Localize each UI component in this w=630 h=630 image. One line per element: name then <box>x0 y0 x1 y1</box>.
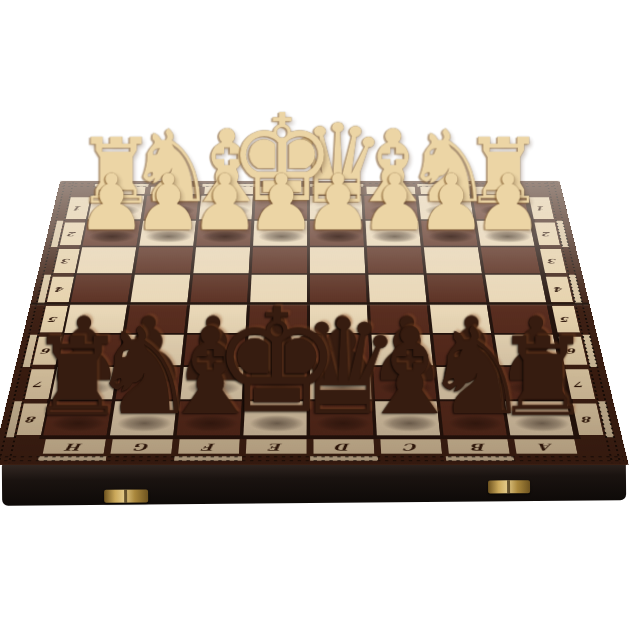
file-label-near-H-text: H <box>66 441 84 452</box>
file-label-near-F-text: F <box>203 441 216 452</box>
file-label-near-A-text: A <box>538 441 553 452</box>
file-label-near-G: G <box>110 439 172 453</box>
file-label-near-E-text: E <box>270 441 283 452</box>
file-label-near-F: F <box>178 439 240 453</box>
file-label-far-H-text: H <box>116 188 126 193</box>
photo-stage: HHGGFFEEDDCCBBAA1122334455667788♜♞♝♚♛♝♞♜… <box>0 0 630 630</box>
file-label-near-A: A <box>514 439 577 453</box>
file-label-far-G-text: G <box>170 188 179 193</box>
file-label-far-F-text: F <box>225 188 232 193</box>
frame-stitch-line <box>0 460 624 461</box>
file-label-near-B-text: B <box>471 441 487 452</box>
file-label-near-D: D <box>313 439 374 453</box>
file-label-near-H: H <box>43 439 106 453</box>
file-label-far-A-text: A <box>495 188 504 193</box>
board-plane: HHGGFFEEDDCCBBAA1122334455667788♜♞♝♚♛♝♞♜… <box>0 181 629 465</box>
file-label-near-D-text: D <box>336 441 351 452</box>
piece-black-king-e8[interactable]: ♚ <box>188 289 366 433</box>
scene: HHGGFFEEDDCCBBAA1122334455667788♜♞♝♚♛♝♞♜… <box>0 0 630 630</box>
rank-label-right-2-text: 2 <box>542 231 552 238</box>
rank-label-right-4-text: 4 <box>554 286 565 293</box>
file-label-near-G-text: G <box>134 441 150 452</box>
frame-stitch-line <box>0 456 623 457</box>
file-label-near-B: B <box>447 439 509 453</box>
file-label-far-E-text: E <box>279 188 287 193</box>
rank-label-left-3-text: 3 <box>62 257 72 264</box>
rank-label-right-3-text: 3 <box>548 257 558 264</box>
file-label-far-D-text: D <box>333 188 342 193</box>
rank-label-left-4-text: 4 <box>55 286 66 293</box>
file-label-near-C-text: C <box>404 441 418 452</box>
file-label-far-B-text: B <box>440 188 449 193</box>
file-label-far-C-text: C <box>387 188 395 193</box>
piece-white-pawn-a2[interactable]: ♟ <box>433 164 584 241</box>
rank-label-right-1-text: 1 <box>537 205 547 211</box>
file-label-near-E: E <box>246 439 307 453</box>
file-label-near-C: C <box>380 439 442 453</box>
